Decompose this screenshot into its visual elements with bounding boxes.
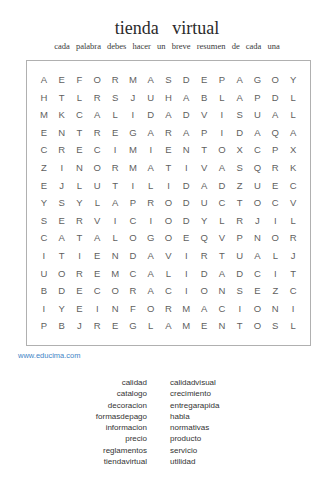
grid-cell: I <box>231 300 249 318</box>
grid-cell: T <box>284 265 302 283</box>
grid-cell: D <box>177 177 195 195</box>
grid-cell: V <box>88 212 106 230</box>
grid-cell: N <box>213 282 231 300</box>
grid-cell: I <box>106 141 124 159</box>
grid-cell: N <box>53 124 71 142</box>
word-item: servicio <box>170 445 219 456</box>
grid-cell: V <box>195 159 213 177</box>
grid-cell: E <box>106 317 124 335</box>
grid-cell: C <box>88 282 106 300</box>
grid-cell: A <box>195 177 213 195</box>
grid-cell: T <box>231 194 249 212</box>
grid-cell: D <box>177 71 195 89</box>
grid-cell: I <box>266 265 284 283</box>
grid-cell: C <box>249 141 267 159</box>
grid-cell: O <box>195 282 213 300</box>
grid-cell: R <box>88 317 106 335</box>
page-title: tienda virtual <box>0 18 334 39</box>
grid-cell: R <box>106 159 124 177</box>
word-item: calidadvisual <box>170 377 219 388</box>
grid-cell: A <box>53 229 71 247</box>
grid-cell: M <box>124 141 142 159</box>
grid-cell: C <box>160 282 178 300</box>
grid-cell: I <box>142 141 160 159</box>
grid-cell: E <box>53 212 71 230</box>
grid-cell: R <box>195 247 213 265</box>
grid-cell: A <box>284 124 302 142</box>
grid-cell: L <box>284 317 302 335</box>
grid-cell: E <box>88 247 106 265</box>
grid-cell: I <box>266 212 284 230</box>
grid-cell: M <box>35 106 53 124</box>
grid-cell: C <box>71 106 89 124</box>
word-item: reglamentos <box>0 445 147 456</box>
grid-cell: Y <box>53 300 71 318</box>
grid-cell: A <box>266 106 284 124</box>
grid-cell: T <box>231 317 249 335</box>
grid-cell: O <box>160 229 178 247</box>
grid-cell: R <box>284 229 302 247</box>
grid-cell: M <box>177 300 195 318</box>
grid-cell: S <box>231 106 249 124</box>
grid-cell: C <box>284 177 302 195</box>
grid-cell: I <box>88 300 106 318</box>
word-item: precio <box>0 433 147 444</box>
grid-cell: E <box>35 124 53 142</box>
grid-cell: J <box>71 317 89 335</box>
word-item: normativas <box>170 422 219 433</box>
grid-cell: H <box>35 89 53 107</box>
grid-cell: S <box>106 89 124 107</box>
grid-cell: T <box>106 177 124 195</box>
grid-cell: I <box>177 282 195 300</box>
grid-cell: O <box>160 212 178 230</box>
grid-cell: A <box>35 71 53 89</box>
grid-cell: D <box>177 194 195 212</box>
grid-cell: M <box>106 265 124 283</box>
grid-cell: A <box>213 159 231 177</box>
grid-cell: N <box>71 159 89 177</box>
grid-cell: D <box>195 265 213 283</box>
grid-cell: Q <box>249 159 267 177</box>
grid-cell: N <box>177 141 195 159</box>
grid-cell: U <box>231 247 249 265</box>
wordsearch-grid: AEFORMASDEPAGOYHTLRSJUHABLAPDLMKCALIDADV… <box>26 60 311 346</box>
grid-cell: S <box>231 159 249 177</box>
grid-cell: C <box>213 300 231 318</box>
grid-cell: T <box>71 124 89 142</box>
grid-cell: G <box>249 71 267 89</box>
grid-cell: A <box>142 247 160 265</box>
grid-cell: E <box>106 124 124 142</box>
page-subtitle: cada palabra debes hacer un breve resume… <box>0 41 334 51</box>
grid-cell: U <box>249 177 267 195</box>
grid-cell: I <box>160 177 178 195</box>
grid-cell: P <box>35 317 53 335</box>
grid-cell: O <box>124 229 142 247</box>
grid-cell: R <box>124 282 142 300</box>
grid-cell: R <box>266 159 284 177</box>
word-item: decoracion <box>0 400 147 411</box>
word-list-left-column: calidadcatalogodecoracionformasdepagoinf… <box>0 377 147 467</box>
grid-cell: A <box>142 265 160 283</box>
grid-cell: J <box>53 177 71 195</box>
grid-cell: Z <box>266 282 284 300</box>
grid-cell: T <box>160 159 178 177</box>
grid-cell: A <box>177 89 195 107</box>
grid-cell: T <box>213 247 231 265</box>
grid-cell: I <box>284 300 302 318</box>
grid-cell: Q <box>195 229 213 247</box>
grid-cell: O <box>249 194 267 212</box>
grid-cell: D <box>231 265 249 283</box>
grid-cell: A <box>142 124 160 142</box>
grid-cell: P <box>231 229 249 247</box>
grid-cell: C <box>249 265 267 283</box>
grid-cell: O <box>249 317 267 335</box>
grid-cell: L <box>284 106 302 124</box>
grid-cell: D <box>266 89 284 107</box>
grid-cell: I <box>53 159 71 177</box>
grid-cell: B <box>35 282 53 300</box>
grid-cell: C <box>35 141 53 159</box>
grid-cell: E <box>266 177 284 195</box>
grid-cell: I <box>177 247 195 265</box>
grid-cell: U <box>249 106 267 124</box>
grid-cell: Y <box>284 71 302 89</box>
grid-cell: S <box>231 282 249 300</box>
grid-cell: N <box>106 247 124 265</box>
grid-cell: T <box>195 141 213 159</box>
word-item: crecimiento <box>170 388 219 399</box>
grid-cell: A <box>213 265 231 283</box>
grid-cell: A <box>88 106 106 124</box>
grid-cell: A <box>142 282 160 300</box>
grid-cell: L <box>106 106 124 124</box>
word-list: calidadcatalogodecoracionformasdepagoinf… <box>0 377 334 467</box>
grid-cell: L <box>213 212 231 230</box>
grid-cell: X <box>231 141 249 159</box>
grid-cell: U <box>142 89 160 107</box>
word-item: entregarapida <box>170 400 219 411</box>
grid-cell: B <box>53 317 71 335</box>
grid-cell: E <box>177 229 195 247</box>
grid-cell: O <box>266 229 284 247</box>
word-item: tiendavirtual <box>0 456 147 467</box>
grid-cell: R <box>160 300 178 318</box>
grid-cell: H <box>160 89 178 107</box>
grid-cell: I <box>213 124 231 142</box>
grid-cell: D <box>177 106 195 124</box>
grid-cell: S <box>160 71 178 89</box>
grid-cell: B <box>195 89 213 107</box>
grid-cell: N <box>106 300 124 318</box>
grid-cell: L <box>142 177 160 195</box>
grid-cell: R <box>88 89 106 107</box>
grid-cell: T <box>53 89 71 107</box>
grid-cell: M <box>177 317 195 335</box>
grid-cell: S <box>35 212 53 230</box>
grid-cell: O <box>249 300 267 318</box>
grid-cell: D <box>53 282 71 300</box>
grid-cell: R <box>231 212 249 230</box>
grid-cell: A <box>142 71 160 89</box>
grid-cell: G <box>124 317 142 335</box>
grid-cell: U <box>35 265 53 283</box>
grid-cell: O <box>53 265 71 283</box>
grid-cell: P <box>266 141 284 159</box>
grid-cell: V <box>195 106 213 124</box>
worksheet-page: tienda virtual cada palabra debes hacer … <box>0 0 334 480</box>
grid-cell: D <box>142 106 160 124</box>
grid-cell: L <box>213 89 231 107</box>
grid-cell: U <box>88 177 106 195</box>
word-item: utilidad <box>170 456 219 467</box>
word-item: producto <box>170 433 219 444</box>
grid-cell: E <box>71 141 89 159</box>
grid-cell: P <box>213 71 231 89</box>
grid-cell: Y <box>195 212 213 230</box>
grid-cell: F <box>124 300 142 318</box>
grid-cell: P <box>195 124 213 142</box>
grid-cell: I <box>35 300 53 318</box>
grid-cell: C <box>284 282 302 300</box>
grid-cell: I <box>213 106 231 124</box>
grid-cell: R <box>71 212 89 230</box>
grid-cell: C <box>88 141 106 159</box>
grid-cell: S <box>266 317 284 335</box>
grid-cell: I <box>142 212 160 230</box>
grid-cell: R <box>106 71 124 89</box>
grid-cell: O <box>266 71 284 89</box>
word-item: formasdepago <box>0 411 147 422</box>
grid-cell: Q <box>266 124 284 142</box>
grid-cell: L <box>106 229 124 247</box>
grid-cell: J <box>284 247 302 265</box>
grid-cell: C <box>266 194 284 212</box>
word-item: informacion <box>0 422 147 433</box>
grid-cell: V <box>284 194 302 212</box>
grid-cell: L <box>88 194 106 212</box>
grid-cell: T <box>71 229 89 247</box>
grid-cell: E <box>195 71 213 89</box>
grid-cell: A <box>249 247 267 265</box>
grid-cell: J <box>249 212 267 230</box>
grid-cell: G <box>142 229 160 247</box>
grid-cell: J <box>124 89 142 107</box>
grid-cell: R <box>71 265 89 283</box>
grid-cell: A <box>142 159 160 177</box>
grid-cell: C <box>124 265 142 283</box>
grid-cell: C <box>213 194 231 212</box>
grid-cell: A <box>106 194 124 212</box>
grid-cell: D <box>177 212 195 230</box>
grid-cell: L <box>266 247 284 265</box>
grid-cell: E <box>160 141 178 159</box>
grid-cell: A <box>88 229 106 247</box>
grid-cell: R <box>53 141 71 159</box>
grid-cell: S <box>53 194 71 212</box>
word-list-right-column: calidadvisualcrecimientoentregarapidahab… <box>170 377 219 467</box>
grid-cell: O <box>160 194 178 212</box>
word-item: catalogo <box>0 388 147 399</box>
grid-cell: E <box>195 317 213 335</box>
grid-cell: R <box>142 194 160 212</box>
grid-cell: F <box>71 71 89 89</box>
grid-cell: A <box>231 71 249 89</box>
grid-cell: L <box>71 177 89 195</box>
grid-cell: L <box>284 89 302 107</box>
grid-cell: D <box>231 124 249 142</box>
grid-cell: M <box>124 159 142 177</box>
grid-cell: V <box>160 247 178 265</box>
grid-cell: A <box>160 106 178 124</box>
grid-cell: I <box>35 247 53 265</box>
grid-cell: E <box>249 282 267 300</box>
grid-cell: K <box>53 106 71 124</box>
grid-cell: E <box>88 265 106 283</box>
grid-cell: I <box>177 265 195 283</box>
grid-cell: A <box>195 300 213 318</box>
grid-cell: C <box>124 212 142 230</box>
grid-cell: C <box>35 229 53 247</box>
grid-cell: P <box>249 89 267 107</box>
grid-cell: M <box>124 71 142 89</box>
grid-cell: I <box>177 159 195 177</box>
grid-cell: V <box>213 229 231 247</box>
grid-cell: X <box>284 141 302 159</box>
site-url[interactable]: www.educima.com <box>18 351 81 360</box>
grid-cell: E <box>71 300 89 318</box>
grid-cell: I <box>124 177 142 195</box>
grid-cell: I <box>124 106 142 124</box>
grid-cell: O <box>88 71 106 89</box>
grid-cell: L <box>284 212 302 230</box>
grid-cell: A <box>160 317 178 335</box>
grid-cell: O <box>213 141 231 159</box>
grid-cell: E <box>35 177 53 195</box>
grid-cell: R <box>88 124 106 142</box>
grid-cell: A <box>249 124 267 142</box>
grid-cell: R <box>160 124 178 142</box>
grid-cell: O <box>142 300 160 318</box>
grid-cell: A <box>177 124 195 142</box>
word-item: calidad <box>0 377 147 388</box>
grid-cell: E <box>71 282 89 300</box>
grid-cell: N <box>249 229 267 247</box>
grid-cell: N <box>266 300 284 318</box>
grid-cell: D <box>124 247 142 265</box>
grid-cell: I <box>71 247 89 265</box>
grid-cell: K <box>284 159 302 177</box>
grid-cell: Y <box>71 194 89 212</box>
grid-cell: U <box>195 194 213 212</box>
grid-cell: G <box>124 124 142 142</box>
grid-cell: O <box>106 282 124 300</box>
grid-cell: O <box>88 159 106 177</box>
grid-cell: T <box>53 247 71 265</box>
grid-cell: I <box>106 212 124 230</box>
grid-cell: D <box>213 177 231 195</box>
grid-cell: Z <box>231 177 249 195</box>
grid-cell: L <box>71 89 89 107</box>
grid-cell: Z <box>35 159 53 177</box>
grid-cell: L <box>142 317 160 335</box>
grid-cell: N <box>213 317 231 335</box>
grid-cell: E <box>53 71 71 89</box>
grid-cell: Y <box>35 194 53 212</box>
grid-cell: P <box>124 194 142 212</box>
grid-cell: L <box>160 265 178 283</box>
grid-cell: A <box>231 89 249 107</box>
word-item: habla <box>170 411 219 422</box>
